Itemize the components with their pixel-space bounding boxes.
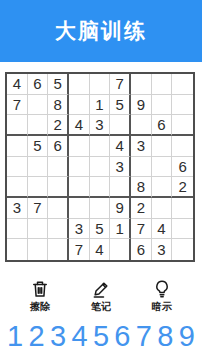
- cell-r5c6[interactable]: 3: [110, 157, 131, 178]
- cell-r1c8[interactable]: [152, 74, 173, 95]
- cell-r5c9[interactable]: 6: [172, 157, 193, 178]
- cell-r5c7[interactable]: [131, 157, 152, 178]
- cell-r7c3[interactable]: [48, 198, 69, 219]
- cell-r2c5[interactable]: 1: [90, 95, 111, 116]
- sudoku-board: 4657781592436564336823792351747463: [5, 72, 195, 262]
- notes-label: 笔记: [91, 300, 111, 314]
- cell-r3c2[interactable]: [28, 115, 49, 136]
- cell-r7c5[interactable]: [90, 198, 111, 219]
- cell-r7c6[interactable]: 9: [110, 198, 131, 219]
- cell-r6c9[interactable]: 2: [172, 177, 193, 198]
- cell-r5c2[interactable]: [28, 157, 49, 178]
- numpad-7[interactable]: 7: [136, 320, 152, 352]
- cell-r4c4[interactable]: [69, 136, 90, 157]
- cell-r9c6[interactable]: [110, 239, 131, 260]
- cell-r6c5[interactable]: [90, 177, 111, 198]
- cell-r2c6[interactable]: 5: [110, 95, 131, 116]
- cell-r2c7[interactable]: 9: [131, 95, 152, 116]
- cell-r7c7[interactable]: 2: [131, 198, 152, 219]
- cell-r6c7[interactable]: 8: [131, 177, 152, 198]
- cell-r2c1[interactable]: 7: [7, 95, 28, 116]
- cell-r3c9[interactable]: [172, 115, 193, 136]
- cell-r3c1[interactable]: [7, 115, 28, 136]
- cell-r6c3[interactable]: [48, 177, 69, 198]
- cell-r2c3[interactable]: 8: [48, 95, 69, 116]
- toolbar: 擦除 笔记 暗示: [0, 279, 202, 314]
- cell-r4c7[interactable]: 3: [131, 136, 152, 157]
- cell-r6c6[interactable]: [110, 177, 131, 198]
- cell-r1c6[interactable]: 7: [110, 74, 131, 95]
- cell-r9c2[interactable]: [28, 239, 49, 260]
- numpad-1[interactable]: 1: [7, 320, 23, 352]
- numpad-3[interactable]: 3: [50, 320, 66, 352]
- numpad-8[interactable]: 8: [157, 320, 173, 352]
- cell-r1c3[interactable]: 5: [48, 74, 69, 95]
- app-header: 大脑训练: [0, 0, 202, 62]
- pencil-icon: [91, 279, 111, 299]
- cell-r3c7[interactable]: [131, 115, 152, 136]
- cell-r8c6[interactable]: 1: [110, 219, 131, 240]
- cell-r8c9[interactable]: [172, 219, 193, 240]
- cell-r2c9[interactable]: [172, 95, 193, 116]
- cell-r1c5[interactable]: [90, 74, 111, 95]
- cell-r4c8[interactable]: [152, 136, 173, 157]
- cell-r5c4[interactable]: [69, 157, 90, 178]
- cell-r9c3[interactable]: [48, 239, 69, 260]
- cell-r1c1[interactable]: 4: [7, 74, 28, 95]
- cell-r1c7[interactable]: [131, 74, 152, 95]
- cell-r9c8[interactable]: 3: [152, 239, 173, 260]
- cell-r6c2[interactable]: [28, 177, 49, 198]
- numpad-9[interactable]: 9: [179, 320, 195, 352]
- erase-button[interactable]: 擦除: [30, 279, 50, 314]
- hint-button[interactable]: 暗示: [152, 279, 172, 314]
- cell-r3c3[interactable]: 2: [48, 115, 69, 136]
- cell-r3c5[interactable]: 3: [90, 115, 111, 136]
- cell-r5c8[interactable]: [152, 157, 173, 178]
- numpad-4[interactable]: 4: [71, 320, 87, 352]
- numpad-6[interactable]: 6: [114, 320, 130, 352]
- cell-r9c4[interactable]: 7: [69, 239, 90, 260]
- cell-r5c1[interactable]: [7, 157, 28, 178]
- cell-r8c1[interactable]: [7, 219, 28, 240]
- cell-r2c4[interactable]: [69, 95, 90, 116]
- cell-r6c1[interactable]: [7, 177, 28, 198]
- cell-r9c1[interactable]: [7, 239, 28, 260]
- numpad: 123456789: [0, 320, 202, 352]
- numpad-5[interactable]: 5: [93, 320, 109, 352]
- cell-r4c5[interactable]: [90, 136, 111, 157]
- cell-r1c9[interactable]: [172, 74, 193, 95]
- cell-r7c9[interactable]: [172, 198, 193, 219]
- cell-r5c3[interactable]: [48, 157, 69, 178]
- cell-r4c3[interactable]: 6: [48, 136, 69, 157]
- cell-r2c2[interactable]: [28, 95, 49, 116]
- cell-r3c6[interactable]: [110, 115, 131, 136]
- cell-r8c7[interactable]: 7: [131, 219, 152, 240]
- bulb-icon: [152, 279, 172, 299]
- cell-r3c8[interactable]: 6: [152, 115, 173, 136]
- cell-r7c4[interactable]: [69, 198, 90, 219]
- cell-r4c2[interactable]: 5: [28, 136, 49, 157]
- cell-r6c8[interactable]: [152, 177, 173, 198]
- cell-r7c8[interactable]: [152, 198, 173, 219]
- page-title: 大脑训练: [55, 17, 147, 45]
- cell-r4c1[interactable]: [7, 136, 28, 157]
- cell-r8c5[interactable]: 5: [90, 219, 111, 240]
- cell-r8c3[interactable]: [48, 219, 69, 240]
- cell-r4c9[interactable]: [172, 136, 193, 157]
- cell-r9c5[interactable]: 4: [90, 239, 111, 260]
- cell-r4c6[interactable]: 4: [110, 136, 131, 157]
- hint-label: 暗示: [152, 300, 172, 314]
- cell-r1c4[interactable]: [69, 74, 90, 95]
- cell-r1c2[interactable]: 6: [28, 74, 49, 95]
- cell-r8c4[interactable]: 3: [69, 219, 90, 240]
- cell-r9c9[interactable]: [172, 239, 193, 260]
- cell-r8c8[interactable]: 4: [152, 219, 173, 240]
- notes-button[interactable]: 笔记: [91, 279, 111, 314]
- cell-r7c2[interactable]: 7: [28, 198, 49, 219]
- trash-icon: [30, 279, 50, 299]
- cell-r7c1[interactable]: 3: [7, 198, 28, 219]
- cell-r3c4[interactable]: 4: [69, 115, 90, 136]
- cell-r8c2[interactable]: [28, 219, 49, 240]
- cell-r9c7[interactable]: 6: [131, 239, 152, 260]
- cell-r2c8[interactable]: [152, 95, 173, 116]
- erase-label: 擦除: [30, 300, 50, 314]
- cell-r6c4[interactable]: [69, 177, 90, 198]
- numpad-2[interactable]: 2: [28, 320, 44, 352]
- cell-r5c5[interactable]: [90, 157, 111, 178]
